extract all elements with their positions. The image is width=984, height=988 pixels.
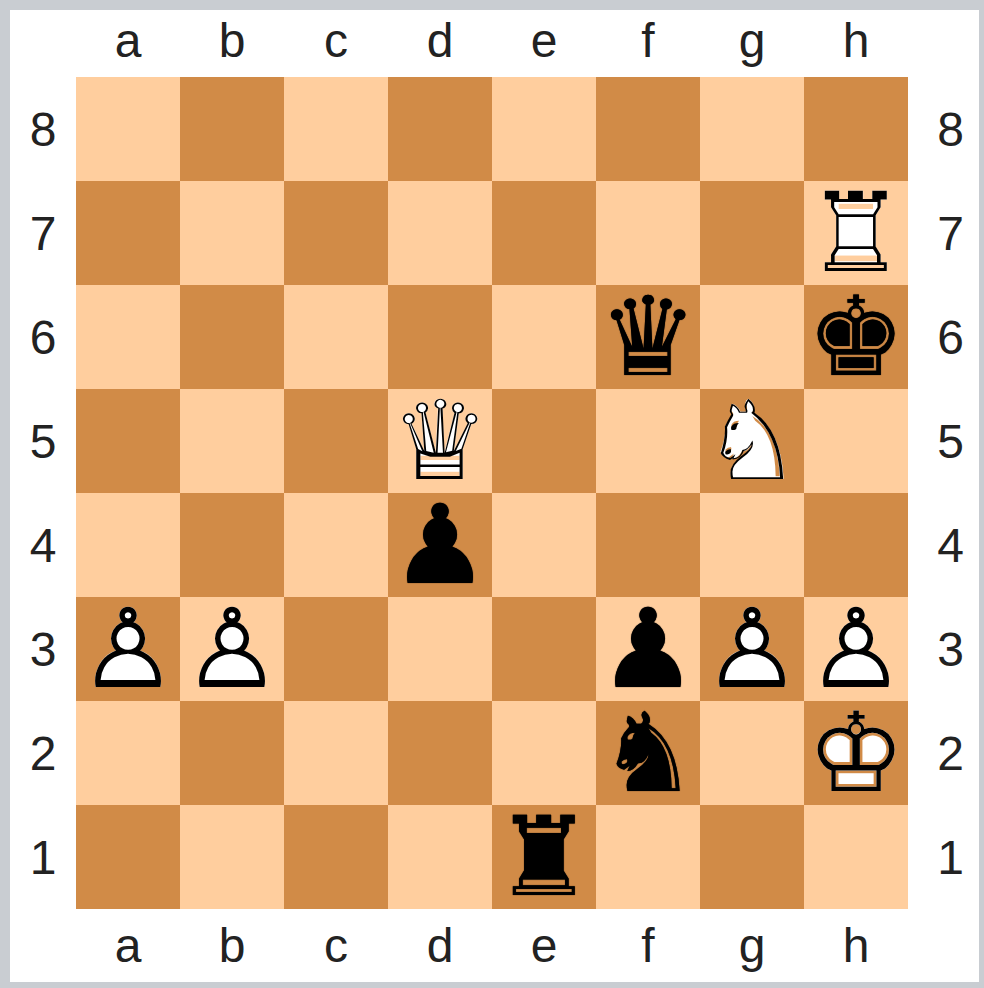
white-pawn[interactable]: ♟♙	[700, 597, 804, 701]
square-b1[interactable]	[180, 805, 284, 909]
square-b3[interactable]: ♟♙	[180, 597, 284, 701]
file-label-e: e	[492, 10, 596, 71]
pawn-glyph-outline: ♙	[180, 597, 284, 701]
king-glyph-outline: ♔	[804, 701, 908, 805]
square-g4[interactable]	[700, 493, 804, 597]
file-label-f: f	[596, 10, 700, 71]
rank-label-3: 3	[10, 597, 76, 701]
square-c3[interactable]	[284, 597, 388, 701]
file-label-b: b	[180, 909, 284, 982]
black-queen[interactable]: ♛	[596, 285, 700, 389]
rook-glyph-outline: ♖	[804, 181, 908, 285]
knight-glyph-outline: ♘	[700, 389, 804, 493]
square-b4[interactable]	[180, 493, 284, 597]
file-labels-bottom: abcdefgh	[76, 909, 908, 982]
white-queen[interactable]: ♛♕	[388, 389, 492, 493]
square-e1[interactable]: ♜	[492, 805, 596, 909]
rank-label-2: 2	[10, 701, 76, 805]
file-label-d: d	[388, 10, 492, 71]
pawn-glyph-outline: ♙	[76, 597, 180, 701]
square-d1[interactable]	[388, 805, 492, 909]
file-label-c: c	[284, 10, 388, 71]
rank-label-2: 2	[922, 701, 979, 805]
square-f2[interactable]: ♞	[596, 701, 700, 805]
rank-label-1: 1	[10, 805, 76, 909]
square-g8[interactable]	[700, 77, 804, 181]
square-e4[interactable]	[492, 493, 596, 597]
square-a3[interactable]: ♟♙	[76, 597, 180, 701]
square-c1[interactable]	[284, 805, 388, 909]
square-a1[interactable]	[76, 805, 180, 909]
square-h3[interactable]: ♟♙	[804, 597, 908, 701]
square-g3[interactable]: ♟♙	[700, 597, 804, 701]
pawn-glyph-outline: ♙	[700, 597, 804, 701]
square-b5[interactable]	[180, 389, 284, 493]
square-d4[interactable]: ♟	[388, 493, 492, 597]
square-h2[interactable]: ♚♔	[804, 701, 908, 805]
square-b2[interactable]	[180, 701, 284, 805]
file-labels-top: abcdefgh	[76, 10, 908, 77]
square-h5[interactable]	[804, 389, 908, 493]
square-f3[interactable]: ♟	[596, 597, 700, 701]
black-pawn[interactable]: ♟	[388, 493, 492, 597]
square-e2[interactable]	[492, 701, 596, 805]
file-label-f: f	[596, 909, 700, 982]
chess-board: ♜♖♛♚♛♕♞♘♟♟♙♟♙♟♟♙♟♙♞♚♔♜	[76, 77, 908, 909]
white-rook[interactable]: ♜♖	[804, 181, 908, 285]
square-b7[interactable]	[180, 181, 284, 285]
rank-label-4: 4	[10, 493, 76, 597]
square-c6[interactable]	[284, 285, 388, 389]
square-d5[interactable]: ♛♕	[388, 389, 492, 493]
square-d7[interactable]	[388, 181, 492, 285]
rank-label-8: 8	[10, 77, 76, 181]
white-pawn[interactable]: ♟♙	[804, 597, 908, 701]
queen-glyph: ♛	[596, 285, 700, 389]
square-a2[interactable]	[76, 701, 180, 805]
white-pawn[interactable]: ♟♙	[76, 597, 180, 701]
square-g5[interactable]: ♞♘	[700, 389, 804, 493]
square-d2[interactable]	[388, 701, 492, 805]
square-h6[interactable]: ♚	[804, 285, 908, 389]
chessboard-panel: abcdefgh abcdefgh 87654321 87654321 ♜♖♛♚…	[10, 10, 979, 982]
square-h8[interactable]	[804, 77, 908, 181]
rank-label-7: 7	[10, 181, 76, 285]
square-c2[interactable]	[284, 701, 388, 805]
black-knight[interactable]: ♞	[596, 701, 700, 805]
square-g1[interactable]	[700, 805, 804, 909]
file-label-a: a	[76, 10, 180, 71]
square-a4[interactable]	[76, 493, 180, 597]
white-king[interactable]: ♚♔	[804, 701, 908, 805]
white-knight[interactable]: ♞♘	[700, 389, 804, 493]
rank-label-5: 5	[922, 389, 979, 493]
square-c8[interactable]	[284, 77, 388, 181]
pawn-glyph: ♟	[596, 597, 700, 701]
square-a6[interactable]	[76, 285, 180, 389]
square-e6[interactable]	[492, 285, 596, 389]
file-label-g: g	[700, 10, 804, 71]
square-h1[interactable]	[804, 805, 908, 909]
rank-label-6: 6	[922, 285, 979, 389]
rank-label-1: 1	[922, 805, 979, 909]
black-king[interactable]: ♚	[804, 285, 908, 389]
white-pawn[interactable]: ♟♙	[180, 597, 284, 701]
square-e3[interactable]	[492, 597, 596, 701]
square-g2[interactable]	[700, 701, 804, 805]
square-f4[interactable]	[596, 493, 700, 597]
square-f1[interactable]	[596, 805, 700, 909]
square-d8[interactable]	[388, 77, 492, 181]
black-pawn[interactable]: ♟	[596, 597, 700, 701]
rank-label-5: 5	[10, 389, 76, 493]
rook-glyph: ♜	[492, 805, 596, 909]
rank-label-4: 4	[922, 493, 979, 597]
square-g7[interactable]	[700, 181, 804, 285]
square-f5[interactable]	[596, 389, 700, 493]
square-b8[interactable]	[180, 77, 284, 181]
square-f6[interactable]: ♛	[596, 285, 700, 389]
square-e8[interactable]	[492, 77, 596, 181]
square-c4[interactable]	[284, 493, 388, 597]
square-d6[interactable]	[388, 285, 492, 389]
black-rook[interactable]: ♜	[492, 805, 596, 909]
knight-glyph: ♞	[596, 701, 700, 805]
rank-labels-right: 87654321	[908, 77, 979, 909]
square-a8[interactable]	[76, 77, 180, 181]
file-label-b: b	[180, 10, 284, 71]
file-label-d: d	[388, 909, 492, 982]
square-d3[interactable]	[388, 597, 492, 701]
square-f8[interactable]	[596, 77, 700, 181]
square-b6[interactable]	[180, 285, 284, 389]
square-c7[interactable]	[284, 181, 388, 285]
file-label-h: h	[804, 10, 908, 71]
square-a7[interactable]	[76, 181, 180, 285]
square-h4[interactable]	[804, 493, 908, 597]
square-e7[interactable]	[492, 181, 596, 285]
square-h7[interactable]: ♜♖	[804, 181, 908, 285]
square-c5[interactable]	[284, 389, 388, 493]
file-label-h: h	[804, 909, 908, 982]
rank-label-3: 3	[922, 597, 979, 701]
file-label-g: g	[700, 909, 804, 982]
rank-label-7: 7	[922, 181, 979, 285]
rank-label-8: 8	[922, 77, 979, 181]
king-glyph: ♚	[804, 285, 908, 389]
rank-label-6: 6	[10, 285, 76, 389]
square-f7[interactable]	[596, 181, 700, 285]
rank-labels-left: 87654321	[10, 77, 76, 909]
pawn-glyph: ♟	[388, 493, 492, 597]
square-g6[interactable]	[700, 285, 804, 389]
file-label-c: c	[284, 909, 388, 982]
queen-glyph-outline: ♕	[388, 389, 492, 493]
file-label-a: a	[76, 909, 180, 982]
pawn-glyph-outline: ♙	[804, 597, 908, 701]
square-a5[interactable]	[76, 389, 180, 493]
square-e5[interactable]	[492, 389, 596, 493]
